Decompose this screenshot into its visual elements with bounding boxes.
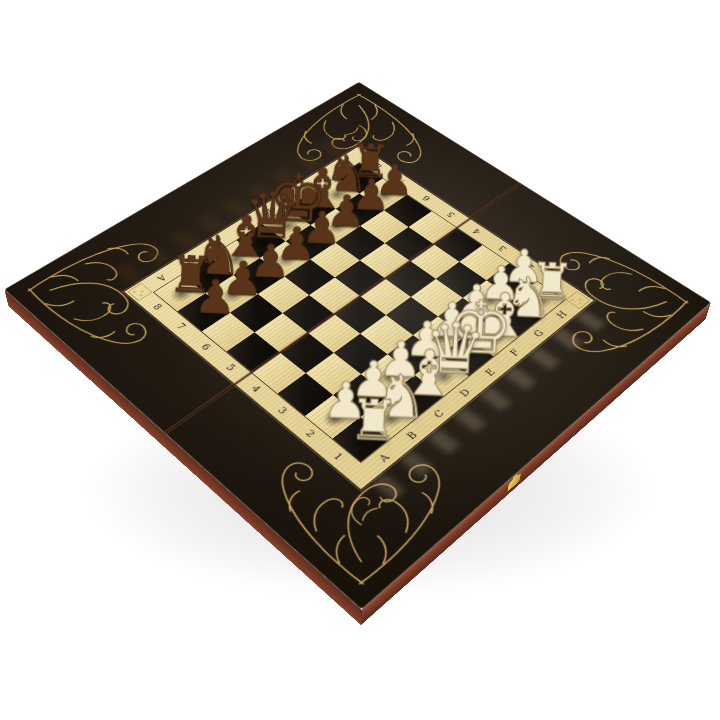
rank-label-left-4: 4	[249, 383, 263, 394]
corner-curl-a1	[336, 489, 385, 530]
rank-label-right-5: 5	[444, 211, 456, 219]
chessboard-squares: ♜♞♝♛♚♝♞♜♟♟♟♟♟♟♟♟♟♟♟♟♟♟♟♟♜♞♝♛♚♝♞♜	[154, 163, 564, 462]
rank-label-left-3: 3	[276, 405, 291, 416]
white-rook[interactable]: ♜	[348, 392, 400, 450]
file-label-far-A: A	[155, 273, 168, 283]
black-pawn[interactable]: ♟	[193, 272, 237, 321]
rank-label-right-4: 4	[470, 228, 482, 237]
rank-label-left-6: 6	[199, 342, 213, 352]
band-stamp-a8	[127, 283, 153, 301]
product-photo-scene: AA88BB77CC66DD55EE44FF33GG22HH11 ♜♞♝♛♚♝♞…	[0, 0, 720, 720]
file-label-near-C: C	[430, 407, 445, 419]
chessboard: AA88BB77CC66DD55EE44FF33GG22HH11 ♜♞♝♛♚♝♞…	[124, 146, 593, 489]
file-label-near-D: D	[456, 386, 472, 398]
rank-label-right-6: 6	[420, 194, 432, 202]
rank-label-left-5: 5	[223, 362, 237, 373]
rank-label-left-7: 7	[174, 322, 188, 332]
rank-label-left-8: 8	[151, 302, 165, 312]
